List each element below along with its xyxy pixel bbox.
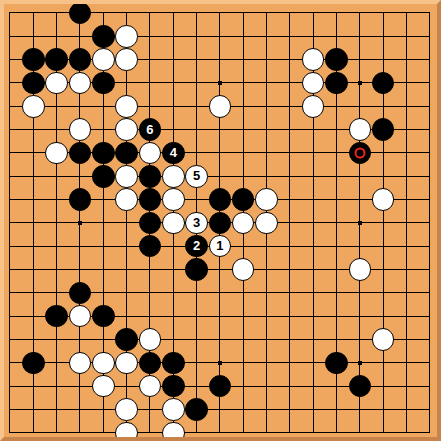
move-number: 1 bbox=[216, 239, 223, 252]
intersection bbox=[92, 328, 115, 351]
intersection bbox=[302, 48, 325, 71]
intersection bbox=[348, 258, 371, 281]
intersection bbox=[162, 421, 185, 441]
white-stone bbox=[69, 305, 92, 328]
intersection bbox=[185, 141, 208, 164]
intersection bbox=[348, 188, 371, 211]
white-stone bbox=[92, 375, 115, 398]
black-stone bbox=[232, 188, 255, 211]
intersection bbox=[325, 95, 348, 118]
go-diagram: 645321 bbox=[0, 0, 441, 441]
intersection bbox=[232, 281, 255, 304]
intersection bbox=[68, 188, 91, 211]
intersection bbox=[208, 1, 231, 24]
intersection bbox=[68, 281, 91, 304]
move-number: 3 bbox=[193, 216, 200, 229]
intersection bbox=[348, 118, 371, 141]
intersection bbox=[162, 25, 185, 48]
intersection bbox=[255, 351, 278, 374]
intersection bbox=[162, 305, 185, 328]
white-stone bbox=[162, 165, 185, 188]
intersection bbox=[348, 95, 371, 118]
intersection bbox=[232, 258, 255, 281]
intersection bbox=[162, 118, 185, 141]
black-stone bbox=[92, 25, 115, 48]
intersection bbox=[185, 421, 208, 441]
intersection bbox=[372, 211, 395, 234]
intersection bbox=[0, 421, 22, 441]
intersection bbox=[418, 95, 441, 118]
intersection bbox=[115, 118, 138, 141]
intersection bbox=[418, 421, 441, 441]
move-number: 4 bbox=[170, 146, 177, 159]
intersection bbox=[372, 375, 395, 398]
intersection bbox=[302, 375, 325, 398]
intersection bbox=[348, 305, 371, 328]
black-stone bbox=[325, 352, 348, 375]
intersection bbox=[302, 71, 325, 94]
intersection bbox=[348, 165, 371, 188]
white-stone bbox=[255, 212, 278, 235]
black-stone bbox=[209, 212, 232, 235]
white-stone bbox=[209, 95, 232, 118]
intersection bbox=[325, 118, 348, 141]
white-stone bbox=[115, 422, 138, 441]
intersection bbox=[255, 375, 278, 398]
intersection bbox=[22, 305, 45, 328]
intersection bbox=[45, 281, 68, 304]
move-number: 2 bbox=[193, 239, 200, 252]
intersection bbox=[325, 398, 348, 421]
intersection bbox=[418, 211, 441, 234]
intersection bbox=[115, 25, 138, 48]
intersection bbox=[232, 211, 255, 234]
intersection bbox=[325, 258, 348, 281]
intersection bbox=[68, 141, 91, 164]
move-number: 5 bbox=[193, 169, 200, 182]
intersection bbox=[348, 1, 371, 24]
intersection bbox=[348, 141, 371, 164]
intersection bbox=[0, 165, 22, 188]
intersection bbox=[92, 421, 115, 441]
intersection bbox=[418, 305, 441, 328]
intersection bbox=[115, 398, 138, 421]
intersection: 4 bbox=[162, 141, 185, 164]
intersection bbox=[115, 328, 138, 351]
intersection bbox=[208, 281, 231, 304]
intersection bbox=[372, 398, 395, 421]
intersection bbox=[115, 375, 138, 398]
intersection bbox=[232, 235, 255, 258]
intersection bbox=[395, 1, 418, 24]
intersection bbox=[208, 141, 231, 164]
intersection bbox=[185, 188, 208, 211]
intersection bbox=[395, 165, 418, 188]
intersection bbox=[92, 258, 115, 281]
intersection bbox=[395, 281, 418, 304]
intersection bbox=[372, 118, 395, 141]
intersection bbox=[45, 1, 68, 24]
intersection bbox=[208, 165, 231, 188]
intersection bbox=[115, 165, 138, 188]
black-stone: 6 bbox=[139, 118, 162, 141]
white-stone bbox=[139, 375, 162, 398]
intersection bbox=[325, 165, 348, 188]
intersection bbox=[302, 1, 325, 24]
intersection bbox=[278, 375, 301, 398]
intersection bbox=[68, 118, 91, 141]
intersection bbox=[92, 118, 115, 141]
white-stone bbox=[372, 328, 395, 351]
intersection bbox=[232, 95, 255, 118]
intersection bbox=[418, 235, 441, 258]
intersection bbox=[185, 71, 208, 94]
intersection bbox=[22, 95, 45, 118]
intersection bbox=[302, 211, 325, 234]
intersection bbox=[68, 1, 91, 24]
intersection bbox=[22, 48, 45, 71]
intersection bbox=[325, 141, 348, 164]
intersection bbox=[232, 25, 255, 48]
black-stone bbox=[185, 258, 208, 281]
intersection bbox=[255, 328, 278, 351]
intersection bbox=[208, 421, 231, 441]
intersection bbox=[278, 71, 301, 94]
intersection bbox=[255, 71, 278, 94]
intersection bbox=[22, 328, 45, 351]
black-stone bbox=[162, 352, 185, 375]
intersection bbox=[372, 351, 395, 374]
intersection bbox=[138, 211, 161, 234]
intersection bbox=[0, 351, 22, 374]
intersection bbox=[372, 1, 395, 24]
black-stone bbox=[92, 142, 115, 165]
intersection bbox=[418, 351, 441, 374]
intersection bbox=[325, 25, 348, 48]
intersection bbox=[68, 351, 91, 374]
white-stone bbox=[162, 398, 185, 421]
black-stone bbox=[139, 165, 162, 188]
intersection bbox=[255, 305, 278, 328]
intersection bbox=[348, 398, 371, 421]
intersection bbox=[325, 421, 348, 441]
black-stone bbox=[22, 72, 45, 95]
black-stone bbox=[209, 188, 232, 211]
intersection bbox=[92, 141, 115, 164]
intersection bbox=[418, 258, 441, 281]
intersection bbox=[22, 281, 45, 304]
intersection bbox=[278, 328, 301, 351]
white-stone bbox=[302, 48, 325, 71]
intersection bbox=[348, 328, 371, 351]
black-stone bbox=[115, 328, 138, 351]
intersection bbox=[232, 421, 255, 441]
intersection bbox=[395, 421, 418, 441]
intersection bbox=[208, 25, 231, 48]
white-stone bbox=[115, 165, 138, 188]
intersection bbox=[138, 305, 161, 328]
intersection bbox=[325, 281, 348, 304]
intersection bbox=[348, 71, 371, 94]
intersection bbox=[185, 25, 208, 48]
intersection bbox=[395, 235, 418, 258]
intersection bbox=[255, 48, 278, 71]
intersection bbox=[278, 25, 301, 48]
intersection bbox=[185, 375, 208, 398]
intersection bbox=[138, 48, 161, 71]
intersection bbox=[302, 328, 325, 351]
intersection bbox=[255, 235, 278, 258]
intersection bbox=[115, 1, 138, 24]
intersection bbox=[372, 25, 395, 48]
intersection bbox=[92, 188, 115, 211]
intersection bbox=[45, 165, 68, 188]
intersection bbox=[348, 48, 371, 71]
intersection bbox=[325, 328, 348, 351]
intersection bbox=[208, 305, 231, 328]
intersection bbox=[162, 1, 185, 24]
intersection bbox=[45, 118, 68, 141]
intersection bbox=[325, 211, 348, 234]
intersection bbox=[208, 258, 231, 281]
intersection bbox=[255, 188, 278, 211]
intersection bbox=[68, 71, 91, 94]
intersection bbox=[185, 118, 208, 141]
intersection bbox=[208, 118, 231, 141]
black-stone bbox=[325, 72, 348, 95]
white-stone bbox=[162, 422, 185, 441]
intersection bbox=[395, 328, 418, 351]
intersection bbox=[372, 258, 395, 281]
white-stone bbox=[115, 48, 138, 71]
intersection bbox=[372, 235, 395, 258]
intersection bbox=[138, 398, 161, 421]
intersection bbox=[395, 188, 418, 211]
intersection bbox=[395, 25, 418, 48]
intersection bbox=[372, 421, 395, 441]
intersection bbox=[162, 258, 185, 281]
intersection bbox=[255, 281, 278, 304]
intersection bbox=[68, 165, 91, 188]
intersection bbox=[255, 398, 278, 421]
intersection bbox=[372, 188, 395, 211]
intersection bbox=[208, 398, 231, 421]
intersection bbox=[138, 258, 161, 281]
intersection bbox=[418, 118, 441, 141]
black-stone: 4 bbox=[162, 142, 185, 165]
intersection bbox=[22, 165, 45, 188]
intersection bbox=[138, 281, 161, 304]
intersection bbox=[0, 375, 22, 398]
intersection bbox=[45, 71, 68, 94]
white-stone bbox=[115, 352, 138, 375]
white-stone bbox=[162, 188, 185, 211]
intersection bbox=[0, 95, 22, 118]
intersection bbox=[325, 305, 348, 328]
intersection bbox=[255, 211, 278, 234]
intersection bbox=[68, 305, 91, 328]
white-stone bbox=[302, 72, 325, 95]
white-stone: 1 bbox=[209, 235, 232, 258]
intersection bbox=[418, 328, 441, 351]
white-stone bbox=[139, 328, 162, 351]
intersection bbox=[278, 281, 301, 304]
intersection bbox=[278, 141, 301, 164]
intersection bbox=[232, 71, 255, 94]
intersection bbox=[208, 328, 231, 351]
intersection bbox=[232, 328, 255, 351]
intersection bbox=[372, 165, 395, 188]
intersection bbox=[185, 258, 208, 281]
black-stone bbox=[139, 188, 162, 211]
intersection bbox=[45, 421, 68, 441]
white-stone bbox=[349, 118, 372, 141]
intersection bbox=[372, 71, 395, 94]
star-point bbox=[78, 221, 82, 225]
white-stone bbox=[139, 142, 162, 165]
intersection bbox=[68, 328, 91, 351]
intersection bbox=[372, 141, 395, 164]
intersection bbox=[68, 375, 91, 398]
black-stone bbox=[209, 375, 232, 398]
intersection bbox=[22, 398, 45, 421]
intersection bbox=[325, 351, 348, 374]
black-stone bbox=[139, 212, 162, 235]
intersection bbox=[45, 25, 68, 48]
intersection bbox=[302, 118, 325, 141]
white-stone bbox=[349, 258, 372, 281]
intersection bbox=[302, 141, 325, 164]
goban-frame: 645321 bbox=[0, 0, 441, 441]
intersection bbox=[45, 141, 68, 164]
intersection bbox=[372, 48, 395, 71]
intersection bbox=[185, 1, 208, 24]
intersection bbox=[418, 398, 441, 421]
intersection bbox=[115, 188, 138, 211]
black-stone bbox=[115, 142, 138, 165]
intersection bbox=[302, 258, 325, 281]
intersection bbox=[185, 281, 208, 304]
intersection bbox=[185, 305, 208, 328]
intersection bbox=[92, 375, 115, 398]
intersection bbox=[45, 235, 68, 258]
intersection bbox=[232, 1, 255, 24]
intersection bbox=[348, 351, 371, 374]
intersection bbox=[278, 211, 301, 234]
intersection bbox=[92, 71, 115, 94]
intersection bbox=[395, 258, 418, 281]
intersection bbox=[325, 48, 348, 71]
intersection bbox=[278, 235, 301, 258]
intersection bbox=[302, 95, 325, 118]
intersection bbox=[162, 211, 185, 234]
red-circle-marker-icon bbox=[354, 147, 365, 158]
intersection bbox=[0, 305, 22, 328]
intersection bbox=[278, 1, 301, 24]
black-stone bbox=[349, 142, 372, 165]
intersection bbox=[162, 281, 185, 304]
intersection bbox=[395, 95, 418, 118]
intersection bbox=[325, 1, 348, 24]
intersection bbox=[115, 421, 138, 441]
intersection bbox=[68, 235, 91, 258]
intersection bbox=[45, 188, 68, 211]
intersection bbox=[115, 95, 138, 118]
intersection bbox=[0, 258, 22, 281]
intersection bbox=[115, 235, 138, 258]
intersection bbox=[255, 258, 278, 281]
intersection bbox=[185, 351, 208, 374]
intersection bbox=[0, 71, 22, 94]
intersection bbox=[22, 211, 45, 234]
intersection bbox=[208, 351, 231, 374]
intersection bbox=[185, 398, 208, 421]
intersection bbox=[208, 48, 231, 71]
intersection bbox=[278, 305, 301, 328]
intersection bbox=[162, 375, 185, 398]
intersection bbox=[92, 211, 115, 234]
intersection bbox=[45, 351, 68, 374]
intersection bbox=[138, 95, 161, 118]
intersection bbox=[115, 281, 138, 304]
intersection bbox=[22, 71, 45, 94]
intersection bbox=[0, 328, 22, 351]
white-stone bbox=[115, 95, 138, 118]
intersection bbox=[92, 95, 115, 118]
intersection bbox=[372, 281, 395, 304]
black-stone bbox=[69, 2, 92, 25]
intersection bbox=[68, 421, 91, 441]
black-stone bbox=[325, 48, 348, 71]
intersection: 6 bbox=[138, 118, 161, 141]
intersection bbox=[185, 48, 208, 71]
intersection bbox=[348, 211, 371, 234]
intersection: 3 bbox=[185, 211, 208, 234]
white-stone bbox=[92, 48, 115, 71]
intersection bbox=[418, 25, 441, 48]
intersection bbox=[232, 165, 255, 188]
black-stone bbox=[22, 352, 45, 375]
white-stone bbox=[115, 188, 138, 211]
intersection bbox=[372, 328, 395, 351]
intersection bbox=[0, 281, 22, 304]
intersection bbox=[45, 95, 68, 118]
intersection bbox=[0, 48, 22, 71]
intersection bbox=[22, 1, 45, 24]
intersection bbox=[138, 351, 161, 374]
intersection bbox=[302, 398, 325, 421]
intersection bbox=[185, 95, 208, 118]
intersection bbox=[278, 258, 301, 281]
intersection bbox=[395, 351, 418, 374]
white-stone bbox=[45, 142, 68, 165]
black-stone bbox=[185, 398, 208, 421]
intersection bbox=[208, 188, 231, 211]
intersection bbox=[45, 211, 68, 234]
white-stone bbox=[69, 118, 92, 141]
intersection bbox=[68, 25, 91, 48]
intersection bbox=[115, 71, 138, 94]
intersection bbox=[255, 118, 278, 141]
intersection bbox=[162, 398, 185, 421]
black-stone bbox=[69, 188, 92, 211]
intersection bbox=[0, 398, 22, 421]
intersection bbox=[0, 235, 22, 258]
intersection bbox=[22, 25, 45, 48]
intersection bbox=[232, 141, 255, 164]
white-stone bbox=[372, 188, 395, 211]
intersection bbox=[115, 351, 138, 374]
